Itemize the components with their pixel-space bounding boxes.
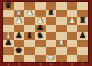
piece-black-rook-h6[interactable]: ♜ <box>79 17 86 24</box>
square-a5[interactable] <box>3 25 14 33</box>
square-a7[interactable] <box>3 10 14 18</box>
piece-black-pawn-a3[interactable]: ♟ <box>5 40 12 47</box>
square-b4[interactable]: ♟ <box>14 32 25 40</box>
square-d8[interactable] <box>35 2 46 10</box>
piece-white-pawn-g6[interactable]: ♟ <box>68 17 75 24</box>
file-label-c: c <box>24 62 35 66</box>
square-h3[interactable] <box>77 40 88 48</box>
piece-black-knight-d4[interactable]: ♞ <box>37 32 44 39</box>
file-coordinates: abcdefgh <box>3 62 88 66</box>
square-f5[interactable] <box>56 25 67 33</box>
square-h6[interactable]: ♜ <box>77 17 88 25</box>
square-h7[interactable] <box>77 10 88 18</box>
piece-black-pawn-b4[interactable]: ♟ <box>15 32 22 39</box>
square-f3[interactable]: ♜ <box>56 40 67 48</box>
file-label-e: e <box>46 62 57 66</box>
square-g7[interactable] <box>67 10 78 18</box>
square-f4[interactable] <box>56 32 67 40</box>
square-e8[interactable] <box>46 2 57 10</box>
square-c5[interactable] <box>24 25 35 33</box>
square-f6[interactable] <box>56 17 67 25</box>
square-h5[interactable] <box>77 25 88 33</box>
square-b8[interactable] <box>14 2 25 10</box>
square-b7[interactable]: ♛ <box>14 10 25 18</box>
file-label-d: d <box>35 62 46 66</box>
square-c6[interactable] <box>24 17 35 25</box>
square-f2[interactable] <box>56 47 67 55</box>
square-h1[interactable] <box>77 55 88 63</box>
square-e5[interactable] <box>46 25 57 33</box>
square-e6[interactable] <box>46 17 57 25</box>
piece-white-pawn-c7[interactable]: ♟ <box>26 10 33 17</box>
piece-black-pawn-h4[interactable]: ♟ <box>79 32 86 39</box>
square-c1[interactable] <box>24 55 35 63</box>
piece-black-queen-a8[interactable]: ♛ <box>5 2 12 9</box>
square-e3[interactable] <box>46 40 57 48</box>
square-e4[interactable] <box>46 32 57 40</box>
square-g6[interactable]: ♟ <box>67 17 78 25</box>
piece-white-king-e1[interactable]: ♚ <box>47 55 54 62</box>
square-b3[interactable] <box>14 40 25 48</box>
square-c3[interactable] <box>24 40 35 48</box>
square-f8[interactable] <box>56 2 67 10</box>
square-g5[interactable] <box>67 25 78 33</box>
square-a8[interactable]: ♛ <box>3 2 14 10</box>
square-c4[interactable]: ♝ <box>24 32 35 40</box>
square-c2[interactable] <box>24 47 35 55</box>
square-g8[interactable] <box>67 2 78 10</box>
square-b5[interactable] <box>14 25 25 33</box>
chess-board: ♛♛♟♜♟♟♟♜♟♝♟♝♞♟♟♜♚♚ <box>3 2 88 62</box>
square-a2[interactable] <box>3 47 14 55</box>
square-h2[interactable] <box>77 47 88 55</box>
square-d3[interactable] <box>35 40 46 48</box>
piece-black-bishop-c4[interactable]: ♝ <box>26 32 33 39</box>
piece-black-pawn-d5[interactable]: ♟ <box>37 25 44 32</box>
square-c8[interactable] <box>24 2 35 10</box>
file-label-f: f <box>56 62 67 66</box>
square-f1[interactable] <box>56 55 67 63</box>
square-f7[interactable] <box>56 10 67 18</box>
square-h8[interactable] <box>77 2 88 10</box>
file-label-g: g <box>67 62 78 66</box>
square-a3[interactable]: ♟ <box>3 40 14 48</box>
square-e7[interactable]: ♜ <box>46 10 57 18</box>
piece-white-queen-b7[interactable]: ♛ <box>15 10 22 17</box>
piece-white-bishop-a4[interactable]: ♝ <box>5 32 12 39</box>
square-b2[interactable]: ♚ <box>14 47 25 55</box>
square-d1[interactable] <box>35 55 46 63</box>
square-a6[interactable] <box>3 17 14 25</box>
piece-white-pawn-d6[interactable]: ♟ <box>37 17 44 24</box>
file-label-h: h <box>77 62 88 66</box>
square-d4[interactable]: ♞ <box>35 32 46 40</box>
square-h4[interactable]: ♟ <box>77 32 88 40</box>
square-d6[interactable]: ♟ <box>35 17 46 25</box>
square-c7[interactable]: ♟ <box>24 10 35 18</box>
file-label-b: b <box>14 62 25 66</box>
square-g3[interactable] <box>67 40 78 48</box>
square-b6[interactable]: ♟ <box>14 17 25 25</box>
square-d2[interactable] <box>35 47 46 55</box>
file-label-a: a <box>3 62 14 66</box>
square-g1[interactable] <box>67 55 78 63</box>
piece-white-pawn-b6[interactable]: ♟ <box>15 17 22 24</box>
square-e2[interactable] <box>46 47 57 55</box>
square-a4[interactable]: ♝ <box>3 32 14 40</box>
square-g4[interactable] <box>67 32 78 40</box>
square-d5[interactable]: ♟ <box>35 25 46 33</box>
piece-black-rook-e7[interactable]: ♜ <box>47 10 54 17</box>
piece-black-king-b2[interactable]: ♚ <box>15 47 22 54</box>
square-e1[interactable]: ♚ <box>46 55 57 63</box>
piece-white-rook-f3[interactable]: ♜ <box>58 40 65 47</box>
square-a1[interactable] <box>3 55 14 63</box>
square-d7[interactable] <box>35 10 46 18</box>
square-b1[interactable] <box>14 55 25 63</box>
square-g2[interactable] <box>67 47 78 55</box>
